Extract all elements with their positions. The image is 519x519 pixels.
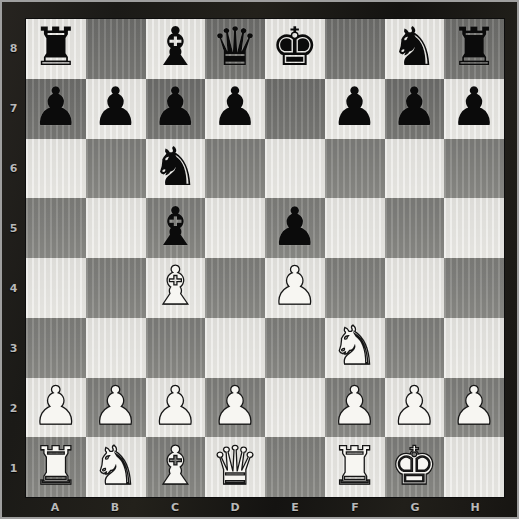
piece-black-pawn: ♟	[32, 80, 80, 133]
piece-white-bishop: ♝	[152, 259, 200, 312]
rank-label-3: 3	[2, 318, 25, 378]
square-e4[interactable]: ♟	[265, 258, 325, 318]
rank-label-6: 6	[2, 138, 25, 198]
piece-black-pawn: ♟	[211, 80, 259, 133]
file-label-c: C	[145, 498, 205, 517]
square-h7[interactable]: ♟	[444, 79, 504, 139]
piece-white-pawn: ♟	[331, 379, 379, 432]
square-b6[interactable]	[86, 139, 146, 199]
square-d4[interactable]	[205, 258, 265, 318]
square-c2[interactable]: ♟	[146, 378, 206, 438]
rank-label-2: 2	[2, 378, 25, 438]
piece-black-pawn: ♟	[391, 80, 439, 133]
piece-black-rook: ♜	[450, 20, 498, 73]
square-g1[interactable]: ♚	[385, 437, 445, 497]
piece-white-rook: ♜	[32, 439, 80, 492]
square-e8[interactable]: ♚	[265, 19, 325, 79]
file-label-a: A	[25, 498, 85, 517]
rank-label-4: 4	[2, 258, 25, 318]
square-d2[interactable]: ♟	[205, 378, 265, 438]
square-e2[interactable]	[265, 378, 325, 438]
square-e3[interactable]	[265, 318, 325, 378]
square-g6[interactable]	[385, 139, 445, 199]
square-b5[interactable]	[86, 198, 146, 258]
square-e1[interactable]	[265, 437, 325, 497]
piece-black-pawn: ♟	[92, 80, 140, 133]
square-b1[interactable]: ♞	[86, 437, 146, 497]
piece-white-pawn: ♟	[92, 379, 140, 432]
piece-white-pawn: ♟	[391, 379, 439, 432]
square-f2[interactable]: ♟	[325, 378, 385, 438]
piece-white-pawn: ♟	[450, 379, 498, 432]
rank-label-7: 7	[2, 78, 25, 138]
file-label-e: E	[265, 498, 325, 517]
square-a7[interactable]: ♟	[26, 79, 86, 139]
piece-white-queen: ♛	[211, 439, 259, 492]
square-c4[interactable]: ♝	[146, 258, 206, 318]
square-a2[interactable]: ♟	[26, 378, 86, 438]
piece-black-bishop: ♝	[152, 200, 200, 253]
rank-label-5: 5	[2, 198, 25, 258]
chess-board: ♜♝♛♚♞♜♟♟♟♟♟♟♟♞♝♟♝♟♞♟♟♟♟♟♟♟♜♞♝♛♜♚	[25, 18, 505, 498]
square-g3[interactable]	[385, 318, 445, 378]
piece-black-pawn: ♟	[152, 80, 200, 133]
square-h8[interactable]: ♜	[444, 19, 504, 79]
rank-label-8: 8	[2, 18, 25, 78]
square-b7[interactable]: ♟	[86, 79, 146, 139]
square-c8[interactable]: ♝	[146, 19, 206, 79]
file-label-h: H	[445, 498, 505, 517]
square-h1[interactable]	[444, 437, 504, 497]
file-label-b: B	[85, 498, 145, 517]
square-a1[interactable]: ♜	[26, 437, 86, 497]
square-h4[interactable]	[444, 258, 504, 318]
piece-black-rook: ♜	[32, 20, 80, 73]
square-c3[interactable]	[146, 318, 206, 378]
square-a3[interactable]	[26, 318, 86, 378]
square-g7[interactable]: ♟	[385, 79, 445, 139]
square-h2[interactable]: ♟	[444, 378, 504, 438]
square-c1[interactable]: ♝	[146, 437, 206, 497]
piece-black-knight: ♞	[152, 140, 200, 193]
square-f1[interactable]: ♜	[325, 437, 385, 497]
square-g5[interactable]	[385, 198, 445, 258]
piece-black-pawn: ♟	[271, 200, 319, 253]
piece-white-bishop: ♝	[152, 439, 200, 492]
square-d8[interactable]: ♛	[205, 19, 265, 79]
square-h5[interactable]	[444, 198, 504, 258]
piece-white-pawn: ♟	[32, 379, 80, 432]
square-b2[interactable]: ♟	[86, 378, 146, 438]
square-a5[interactable]	[26, 198, 86, 258]
chess-board-frame: 87654321 ABCDEFGH ♜♝♛♚♞♜♟♟♟♟♟♟♟♞♝♟♝♟♞♟♟♟…	[0, 0, 519, 519]
square-b8[interactable]	[86, 19, 146, 79]
file-labels: ABCDEFGH	[25, 498, 505, 517]
square-d7[interactable]: ♟	[205, 79, 265, 139]
square-d1[interactable]: ♛	[205, 437, 265, 497]
square-e5[interactable]: ♟	[265, 198, 325, 258]
square-g2[interactable]: ♟	[385, 378, 445, 438]
square-e6[interactable]	[265, 139, 325, 199]
square-f7[interactable]: ♟	[325, 79, 385, 139]
square-d3[interactable]	[205, 318, 265, 378]
square-e7[interactable]	[265, 79, 325, 139]
rank-label-1: 1	[2, 438, 25, 498]
square-d6[interactable]	[205, 139, 265, 199]
square-f8[interactable]	[325, 19, 385, 79]
square-f5[interactable]	[325, 198, 385, 258]
square-c5[interactable]: ♝	[146, 198, 206, 258]
piece-white-pawn: ♟	[271, 259, 319, 312]
piece-white-king: ♚	[391, 439, 439, 492]
square-a4[interactable]	[26, 258, 86, 318]
piece-black-king: ♚	[271, 20, 319, 73]
piece-black-bishop: ♝	[152, 20, 200, 73]
piece-white-knight: ♞	[331, 319, 379, 372]
square-c6[interactable]: ♞	[146, 139, 206, 199]
piece-black-queen: ♛	[211, 20, 259, 73]
file-label-g: G	[385, 498, 445, 517]
file-label-f: F	[325, 498, 385, 517]
square-f6[interactable]	[325, 139, 385, 199]
square-a6[interactable]	[26, 139, 86, 199]
piece-white-knight: ♞	[92, 439, 140, 492]
square-h3[interactable]	[444, 318, 504, 378]
square-c7[interactable]: ♟	[146, 79, 206, 139]
square-h6[interactable]	[444, 139, 504, 199]
square-a8[interactable]: ♜	[26, 19, 86, 79]
square-d5[interactable]	[205, 198, 265, 258]
piece-white-pawn: ♟	[152, 379, 200, 432]
square-b4[interactable]	[86, 258, 146, 318]
piece-black-knight: ♞	[391, 20, 439, 73]
piece-black-pawn: ♟	[450, 80, 498, 133]
file-label-d: D	[205, 498, 265, 517]
square-b3[interactable]	[86, 318, 146, 378]
piece-white-rook: ♜	[331, 439, 379, 492]
rank-labels: 87654321	[2, 18, 25, 498]
square-g4[interactable]	[385, 258, 445, 318]
square-f4[interactable]	[325, 258, 385, 318]
piece-black-pawn: ♟	[331, 80, 379, 133]
piece-white-pawn: ♟	[211, 379, 259, 432]
square-g8[interactable]: ♞	[385, 19, 445, 79]
square-f3[interactable]: ♞	[325, 318, 385, 378]
